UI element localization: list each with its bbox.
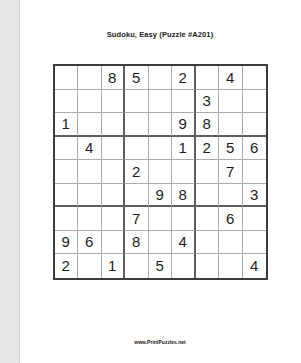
cell-r3c9 [243, 113, 267, 137]
cell-r5c4: 2 [125, 160, 149, 184]
cell-r3c3 [102, 113, 126, 137]
cell-r2c6 [172, 90, 196, 114]
cell-r9c1: 2 [55, 254, 79, 278]
cell-r9c2 [78, 254, 102, 278]
cell-r5c2 [78, 160, 102, 184]
cell-r7c7 [196, 207, 220, 231]
cell-r6c2 [78, 184, 102, 208]
cell-r2c1 [55, 90, 79, 114]
cell-r7c8: 6 [219, 207, 243, 231]
cell-r1c8: 4 [219, 66, 243, 90]
cell-r6c8 [219, 184, 243, 208]
cell-r5c9 [243, 160, 267, 184]
cell-r3c1: 1 [55, 113, 79, 137]
cell-r7c4: 7 [125, 207, 149, 231]
cell-r2c9 [243, 90, 267, 114]
cell-r8c4: 8 [125, 231, 149, 255]
cell-r9c4 [125, 254, 149, 278]
cell-r8c1: 9 [55, 231, 79, 255]
cell-r3c6: 9 [172, 113, 196, 137]
cell-r2c2 [78, 90, 102, 114]
cell-r6c9: 3 [243, 184, 267, 208]
cell-r3c4 [125, 113, 149, 137]
cell-r3c5 [149, 113, 173, 137]
cell-r4c7: 2 [196, 137, 220, 161]
sudoku-print-page: Sudoku, Easy (Puzzle #A201) 852431984125… [20, 0, 301, 363]
cell-r9c8 [219, 254, 243, 278]
cell-r7c2 [78, 207, 102, 231]
cell-r9c6 [172, 254, 196, 278]
cell-r1c4: 5 [125, 66, 149, 90]
cell-r6c7 [196, 184, 220, 208]
cell-r8c7 [196, 231, 220, 255]
cell-r8c5 [149, 231, 173, 255]
cell-r6c3 [102, 184, 126, 208]
cell-r1c7 [196, 66, 220, 90]
cell-r7c1 [55, 207, 79, 231]
cell-r2c7: 3 [196, 90, 220, 114]
cell-r8c6: 4 [172, 231, 196, 255]
cell-r4c8: 5 [219, 137, 243, 161]
cell-r1c1 [55, 66, 79, 90]
cell-r1c9 [243, 66, 267, 90]
cell-r6c6: 8 [172, 184, 196, 208]
cell-r1c3: 8 [102, 66, 126, 90]
cell-r4c9: 6 [243, 137, 267, 161]
cell-r4c1 [55, 137, 79, 161]
cell-r4c4 [125, 137, 149, 161]
cell-r8c9 [243, 231, 267, 255]
cell-r8c8 [219, 231, 243, 255]
cell-r7c3 [102, 207, 126, 231]
cell-r1c5 [149, 66, 173, 90]
cell-r2c3 [102, 90, 126, 114]
cell-r9c3: 1 [102, 254, 126, 278]
cell-r5c5 [149, 160, 173, 184]
cell-r3c2 [78, 113, 102, 137]
cell-r9c9: 4 [243, 254, 267, 278]
cell-r7c6 [172, 207, 196, 231]
cell-r7c5 [149, 207, 173, 231]
cell-r3c8 [219, 113, 243, 137]
cell-r5c1 [55, 160, 79, 184]
cell-r7c9 [243, 207, 267, 231]
cell-r8c3 [102, 231, 126, 255]
cell-r2c4 [125, 90, 149, 114]
cell-r9c5: 5 [149, 254, 173, 278]
sudoku-board: 8524319841256279837696842154 [53, 64, 269, 280]
cell-r4c5 [149, 137, 173, 161]
cell-r4c6: 1 [172, 137, 196, 161]
cell-r5c8: 7 [219, 160, 243, 184]
footer-url: www.PrintPuzzles.net [20, 339, 301, 345]
cell-r1c2 [78, 66, 102, 90]
cell-r4c2: 4 [78, 137, 102, 161]
cell-r5c7 [196, 160, 220, 184]
cell-r6c5: 9 [149, 184, 173, 208]
cell-r5c6 [172, 160, 196, 184]
cell-r6c4 [125, 184, 149, 208]
cell-r6c1 [55, 184, 79, 208]
cell-r5c3 [102, 160, 126, 184]
cell-r9c7 [196, 254, 220, 278]
cell-r8c2: 6 [78, 231, 102, 255]
cell-r2c5 [149, 90, 173, 114]
cell-r1c6: 2 [172, 66, 196, 90]
cell-r3c7: 8 [196, 113, 220, 137]
cell-r4c3 [102, 137, 126, 161]
puzzle-title: Sudoku, Easy (Puzzle #A201) [20, 30, 301, 39]
cell-r2c8 [219, 90, 243, 114]
